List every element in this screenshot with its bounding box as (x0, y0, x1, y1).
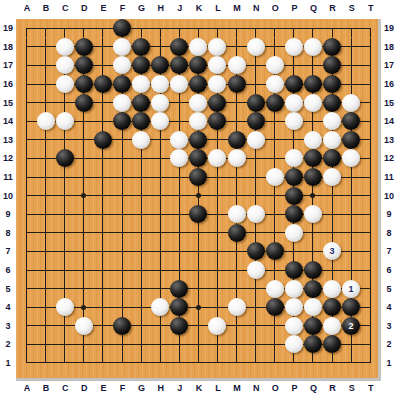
intersection-D19[interactable] (74, 19, 93, 38)
intersection-O7[interactable] (265, 242, 284, 261)
intersection-M7[interactable] (227, 242, 246, 261)
intersection-K18[interactable] (189, 38, 208, 57)
intersection-M3[interactable] (227, 317, 246, 336)
intersection-B14[interactable] (36, 112, 55, 131)
intersection-T2[interactable] (361, 335, 380, 354)
intersection-F17[interactable] (112, 56, 131, 75)
intersection-T19[interactable] (361, 19, 380, 38)
intersection-M14[interactable] (227, 112, 246, 131)
intersection-E15[interactable] (93, 93, 112, 112)
intersection-C2[interactable] (55, 335, 74, 354)
intersection-M10[interactable] (227, 186, 246, 205)
intersection-H15[interactable] (151, 93, 170, 112)
intersection-T12[interactable] (361, 149, 380, 168)
intersection-M8[interactable] (227, 224, 246, 243)
intersection-T7[interactable] (361, 242, 380, 261)
intersection-L18[interactable] (208, 38, 227, 57)
intersection-H19[interactable] (151, 19, 170, 38)
intersection-B3[interactable] (36, 317, 55, 336)
intersection-Q5[interactable] (303, 279, 322, 298)
intersection-D10[interactable] (74, 186, 93, 205)
intersection-L13[interactable] (208, 131, 227, 150)
intersection-N17[interactable] (246, 56, 265, 75)
intersection-R7[interactable]: 3 (323, 242, 342, 261)
intersection-P1[interactable] (284, 354, 303, 373)
intersection-T1[interactable] (361, 354, 380, 373)
intersection-S6[interactable] (342, 261, 361, 280)
intersection-F2[interactable] (112, 335, 131, 354)
intersection-C18[interactable] (55, 38, 74, 57)
intersection-J7[interactable] (170, 242, 189, 261)
intersection-G4[interactable] (132, 298, 151, 317)
intersection-J1[interactable] (170, 354, 189, 373)
intersection-A17[interactable] (17, 56, 36, 75)
intersection-J17[interactable] (170, 56, 189, 75)
intersection-S12[interactable] (342, 149, 361, 168)
intersection-C1[interactable] (55, 354, 74, 373)
intersection-K2[interactable] (189, 335, 208, 354)
intersection-G18[interactable] (132, 38, 151, 57)
intersection-G3[interactable] (132, 317, 151, 336)
intersection-Q10[interactable] (303, 186, 322, 205)
intersection-G13[interactable] (132, 131, 151, 150)
intersection-Q4[interactable] (303, 298, 322, 317)
intersection-B5[interactable] (36, 279, 55, 298)
intersection-K5[interactable] (189, 279, 208, 298)
intersection-Q2[interactable] (303, 335, 322, 354)
intersection-D11[interactable] (74, 168, 93, 187)
intersection-F5[interactable] (112, 279, 131, 298)
intersection-N14[interactable] (246, 112, 265, 131)
intersection-J15[interactable] (170, 93, 189, 112)
intersection-D4[interactable] (74, 298, 93, 317)
intersection-K6[interactable] (189, 261, 208, 280)
intersection-R8[interactable] (323, 224, 342, 243)
intersection-E18[interactable] (93, 38, 112, 57)
intersection-K16[interactable] (189, 75, 208, 94)
intersection-O5[interactable] (265, 279, 284, 298)
intersection-J9[interactable] (170, 205, 189, 224)
intersection-N4[interactable] (246, 298, 265, 317)
intersection-L16[interactable] (208, 75, 227, 94)
intersection-S18[interactable] (342, 38, 361, 57)
intersection-K19[interactable] (189, 19, 208, 38)
intersection-S3[interactable]: 2 (342, 317, 361, 336)
intersection-O6[interactable] (265, 261, 284, 280)
intersection-K15[interactable] (189, 93, 208, 112)
intersection-E6[interactable] (93, 261, 112, 280)
intersection-D15[interactable] (74, 93, 93, 112)
intersection-B7[interactable] (36, 242, 55, 261)
intersection-P5[interactable] (284, 279, 303, 298)
intersection-L8[interactable] (208, 224, 227, 243)
intersection-A14[interactable] (17, 112, 36, 131)
intersection-A16[interactable] (17, 75, 36, 94)
intersection-A6[interactable] (17, 261, 36, 280)
intersection-L3[interactable] (208, 317, 227, 336)
intersection-L14[interactable] (208, 112, 227, 131)
intersection-L19[interactable] (208, 19, 227, 38)
intersection-J13[interactable] (170, 131, 189, 150)
intersection-D17[interactable] (74, 56, 93, 75)
intersection-N10[interactable] (246, 186, 265, 205)
intersection-L12[interactable] (208, 149, 227, 168)
intersection-M15[interactable] (227, 93, 246, 112)
intersection-O11[interactable] (265, 168, 284, 187)
intersection-H9[interactable] (151, 205, 170, 224)
intersection-G7[interactable] (132, 242, 151, 261)
intersection-Q6[interactable] (303, 261, 322, 280)
intersection-E5[interactable] (93, 279, 112, 298)
intersection-D16[interactable] (74, 75, 93, 94)
intersection-C19[interactable] (55, 19, 74, 38)
intersection-S19[interactable] (342, 19, 361, 38)
intersection-G1[interactable] (132, 354, 151, 373)
intersection-L17[interactable] (208, 56, 227, 75)
intersection-B18[interactable] (36, 38, 55, 57)
intersection-K4[interactable] (189, 298, 208, 317)
intersection-P9[interactable] (284, 205, 303, 224)
intersection-C16[interactable] (55, 75, 74, 94)
intersection-N16[interactable] (246, 75, 265, 94)
intersection-N13[interactable] (246, 131, 265, 150)
intersection-F8[interactable] (112, 224, 131, 243)
intersection-B13[interactable] (36, 131, 55, 150)
intersection-T4[interactable] (361, 298, 380, 317)
intersection-D2[interactable] (74, 335, 93, 354)
intersection-P8[interactable] (284, 224, 303, 243)
intersection-G17[interactable] (132, 56, 151, 75)
intersection-N1[interactable] (246, 354, 265, 373)
intersection-G9[interactable] (132, 205, 151, 224)
intersection-E11[interactable] (93, 168, 112, 187)
intersection-E17[interactable] (93, 56, 112, 75)
intersection-Q7[interactable] (303, 242, 322, 261)
intersection-L7[interactable] (208, 242, 227, 261)
intersection-H12[interactable] (151, 149, 170, 168)
intersection-M4[interactable] (227, 298, 246, 317)
intersection-R9[interactable] (323, 205, 342, 224)
intersection-C15[interactable] (55, 93, 74, 112)
intersection-C8[interactable] (55, 224, 74, 243)
intersection-G14[interactable] (132, 112, 151, 131)
intersection-O4[interactable] (265, 298, 284, 317)
intersection-O2[interactable] (265, 335, 284, 354)
intersection-E2[interactable] (93, 335, 112, 354)
intersection-B8[interactable] (36, 224, 55, 243)
intersection-H8[interactable] (151, 224, 170, 243)
intersection-C3[interactable] (55, 317, 74, 336)
intersection-R5[interactable] (323, 279, 342, 298)
intersection-R1[interactable] (323, 354, 342, 373)
intersection-K7[interactable] (189, 242, 208, 261)
intersection-A8[interactable] (17, 224, 36, 243)
intersection-J5[interactable] (170, 279, 189, 298)
intersection-A13[interactable] (17, 131, 36, 150)
intersection-P12[interactable] (284, 149, 303, 168)
intersection-K9[interactable] (189, 205, 208, 224)
intersection-R19[interactable] (323, 19, 342, 38)
intersection-S9[interactable] (342, 205, 361, 224)
intersection-A2[interactable] (17, 335, 36, 354)
intersection-G19[interactable] (132, 19, 151, 38)
intersection-A18[interactable] (17, 38, 36, 57)
intersection-J12[interactable] (170, 149, 189, 168)
intersection-T14[interactable] (361, 112, 380, 131)
intersection-J19[interactable] (170, 19, 189, 38)
intersection-R17[interactable] (323, 56, 342, 75)
intersection-S8[interactable] (342, 224, 361, 243)
intersection-O12[interactable] (265, 149, 284, 168)
intersection-Q14[interactable] (303, 112, 322, 131)
intersection-R11[interactable] (323, 168, 342, 187)
intersection-J14[interactable] (170, 112, 189, 131)
intersection-B16[interactable] (36, 75, 55, 94)
intersection-P17[interactable] (284, 56, 303, 75)
intersection-S10[interactable] (342, 186, 361, 205)
intersection-C11[interactable] (55, 168, 74, 187)
intersection-R2[interactable] (323, 335, 342, 354)
intersection-S1[interactable] (342, 354, 361, 373)
intersection-Q3[interactable] (303, 317, 322, 336)
intersection-S5[interactable]: 1 (342, 279, 361, 298)
intersection-P14[interactable] (284, 112, 303, 131)
intersection-M16[interactable] (227, 75, 246, 94)
intersection-K1[interactable] (189, 354, 208, 373)
intersection-O16[interactable] (265, 75, 284, 94)
intersection-C12[interactable] (55, 149, 74, 168)
intersection-C13[interactable] (55, 131, 74, 150)
intersection-J3[interactable] (170, 317, 189, 336)
intersection-M18[interactable] (227, 38, 246, 57)
intersection-S16[interactable] (342, 75, 361, 94)
intersection-R12[interactable] (323, 149, 342, 168)
intersection-J4[interactable] (170, 298, 189, 317)
intersection-G12[interactable] (132, 149, 151, 168)
intersection-O17[interactable] (265, 56, 284, 75)
intersection-R4[interactable] (323, 298, 342, 317)
intersection-M13[interactable] (227, 131, 246, 150)
intersection-A5[interactable] (17, 279, 36, 298)
intersection-B10[interactable] (36, 186, 55, 205)
intersection-A9[interactable] (17, 205, 36, 224)
intersection-J2[interactable] (170, 335, 189, 354)
intersection-L6[interactable] (208, 261, 227, 280)
intersection-R15[interactable] (323, 93, 342, 112)
intersection-F13[interactable] (112, 131, 131, 150)
intersection-F10[interactable] (112, 186, 131, 205)
intersection-A15[interactable] (17, 93, 36, 112)
intersection-A3[interactable] (17, 317, 36, 336)
intersection-S4[interactable] (342, 298, 361, 317)
intersection-K14[interactable] (189, 112, 208, 131)
intersection-G8[interactable] (132, 224, 151, 243)
intersection-D18[interactable] (74, 38, 93, 57)
intersection-P10[interactable] (284, 186, 303, 205)
intersection-E14[interactable] (93, 112, 112, 131)
intersection-Q16[interactable] (303, 75, 322, 94)
intersection-M19[interactable] (227, 19, 246, 38)
intersection-K3[interactable] (189, 317, 208, 336)
intersection-L4[interactable] (208, 298, 227, 317)
intersection-H4[interactable] (151, 298, 170, 317)
intersection-T15[interactable] (361, 93, 380, 112)
intersection-P18[interactable] (284, 38, 303, 57)
intersection-F7[interactable] (112, 242, 131, 261)
intersection-K8[interactable] (189, 224, 208, 243)
intersection-Q1[interactable] (303, 354, 322, 373)
intersection-G10[interactable] (132, 186, 151, 205)
intersection-T13[interactable] (361, 131, 380, 150)
intersection-T11[interactable] (361, 168, 380, 187)
intersection-S14[interactable] (342, 112, 361, 131)
intersection-H7[interactable] (151, 242, 170, 261)
intersection-E12[interactable] (93, 149, 112, 168)
intersection-H5[interactable] (151, 279, 170, 298)
intersection-R13[interactable] (323, 131, 342, 150)
intersection-Q13[interactable] (303, 131, 322, 150)
intersection-F3[interactable] (112, 317, 131, 336)
intersection-E1[interactable] (93, 354, 112, 373)
intersection-R6[interactable] (323, 261, 342, 280)
intersection-O19[interactable] (265, 19, 284, 38)
intersection-Q8[interactable] (303, 224, 322, 243)
intersection-P2[interactable] (284, 335, 303, 354)
intersection-H16[interactable] (151, 75, 170, 94)
intersection-C14[interactable] (55, 112, 74, 131)
intersection-Q9[interactable] (303, 205, 322, 224)
intersection-H1[interactable] (151, 354, 170, 373)
intersection-O1[interactable] (265, 354, 284, 373)
intersection-N18[interactable] (246, 38, 265, 57)
intersection-F19[interactable] (112, 19, 131, 38)
intersection-A4[interactable] (17, 298, 36, 317)
intersection-K13[interactable] (189, 131, 208, 150)
intersection-T3[interactable] (361, 317, 380, 336)
intersection-F12[interactable] (112, 149, 131, 168)
intersection-J8[interactable] (170, 224, 189, 243)
intersection-F11[interactable] (112, 168, 131, 187)
intersection-L2[interactable] (208, 335, 227, 354)
intersection-K17[interactable] (189, 56, 208, 75)
intersection-C6[interactable] (55, 261, 74, 280)
intersection-G6[interactable] (132, 261, 151, 280)
intersection-O9[interactable] (265, 205, 284, 224)
intersection-N2[interactable] (246, 335, 265, 354)
intersection-C10[interactable] (55, 186, 74, 205)
intersection-N6[interactable] (246, 261, 265, 280)
intersection-A7[interactable] (17, 242, 36, 261)
intersection-K12[interactable] (189, 149, 208, 168)
intersection-H3[interactable] (151, 317, 170, 336)
intersection-T8[interactable] (361, 224, 380, 243)
intersection-R3[interactable] (323, 317, 342, 336)
intersection-B12[interactable] (36, 149, 55, 168)
intersection-D7[interactable] (74, 242, 93, 261)
intersection-P19[interactable] (284, 19, 303, 38)
intersection-O10[interactable] (265, 186, 284, 205)
intersection-S15[interactable] (342, 93, 361, 112)
intersection-P16[interactable] (284, 75, 303, 94)
intersection-N3[interactable] (246, 317, 265, 336)
intersection-R18[interactable] (323, 38, 342, 57)
intersection-B2[interactable] (36, 335, 55, 354)
intersection-B6[interactable] (36, 261, 55, 280)
intersection-J18[interactable] (170, 38, 189, 57)
intersection-C7[interactable] (55, 242, 74, 261)
intersection-N7[interactable] (246, 242, 265, 261)
intersection-J10[interactable] (170, 186, 189, 205)
intersection-F16[interactable] (112, 75, 131, 94)
intersection-B4[interactable] (36, 298, 55, 317)
intersection-A19[interactable] (17, 19, 36, 38)
intersection-L5[interactable] (208, 279, 227, 298)
intersection-H10[interactable] (151, 186, 170, 205)
intersection-H2[interactable] (151, 335, 170, 354)
intersection-D14[interactable] (74, 112, 93, 131)
intersection-F9[interactable] (112, 205, 131, 224)
intersection-F15[interactable] (112, 93, 131, 112)
intersection-G16[interactable] (132, 75, 151, 94)
intersection-G5[interactable] (132, 279, 151, 298)
intersection-H11[interactable] (151, 168, 170, 187)
intersection-H17[interactable] (151, 56, 170, 75)
intersection-F6[interactable] (112, 261, 131, 280)
intersection-Q11[interactable] (303, 168, 322, 187)
intersection-S13[interactable] (342, 131, 361, 150)
intersection-E13[interactable] (93, 131, 112, 150)
intersection-L15[interactable] (208, 93, 227, 112)
intersection-M6[interactable] (227, 261, 246, 280)
intersection-D5[interactable] (74, 279, 93, 298)
intersection-D1[interactable] (74, 354, 93, 373)
intersection-M1[interactable] (227, 354, 246, 373)
intersection-T10[interactable] (361, 186, 380, 205)
intersection-G15[interactable] (132, 93, 151, 112)
intersection-F4[interactable] (112, 298, 131, 317)
intersection-L1[interactable] (208, 354, 227, 373)
intersection-F18[interactable] (112, 38, 131, 57)
intersection-A11[interactable] (17, 168, 36, 187)
intersection-O3[interactable] (265, 317, 284, 336)
intersection-B9[interactable] (36, 205, 55, 224)
intersection-D6[interactable] (74, 261, 93, 280)
intersection-H6[interactable] (151, 261, 170, 280)
intersection-P6[interactable] (284, 261, 303, 280)
intersection-O18[interactable] (265, 38, 284, 57)
intersection-N5[interactable] (246, 279, 265, 298)
intersection-S7[interactable] (342, 242, 361, 261)
intersection-E8[interactable] (93, 224, 112, 243)
intersection-B17[interactable] (36, 56, 55, 75)
intersection-E19[interactable] (93, 19, 112, 38)
intersection-Q18[interactable] (303, 38, 322, 57)
intersection-G11[interactable] (132, 168, 151, 187)
intersection-D9[interactable] (74, 205, 93, 224)
intersection-T6[interactable] (361, 261, 380, 280)
intersection-L11[interactable] (208, 168, 227, 187)
intersection-H18[interactable] (151, 38, 170, 57)
intersection-E3[interactable] (93, 317, 112, 336)
intersection-Q15[interactable] (303, 93, 322, 112)
intersection-P15[interactable] (284, 93, 303, 112)
intersection-B15[interactable] (36, 93, 55, 112)
intersection-G2[interactable] (132, 335, 151, 354)
intersection-O14[interactable] (265, 112, 284, 131)
intersection-P3[interactable] (284, 317, 303, 336)
intersection-N8[interactable] (246, 224, 265, 243)
intersection-R14[interactable] (323, 112, 342, 131)
